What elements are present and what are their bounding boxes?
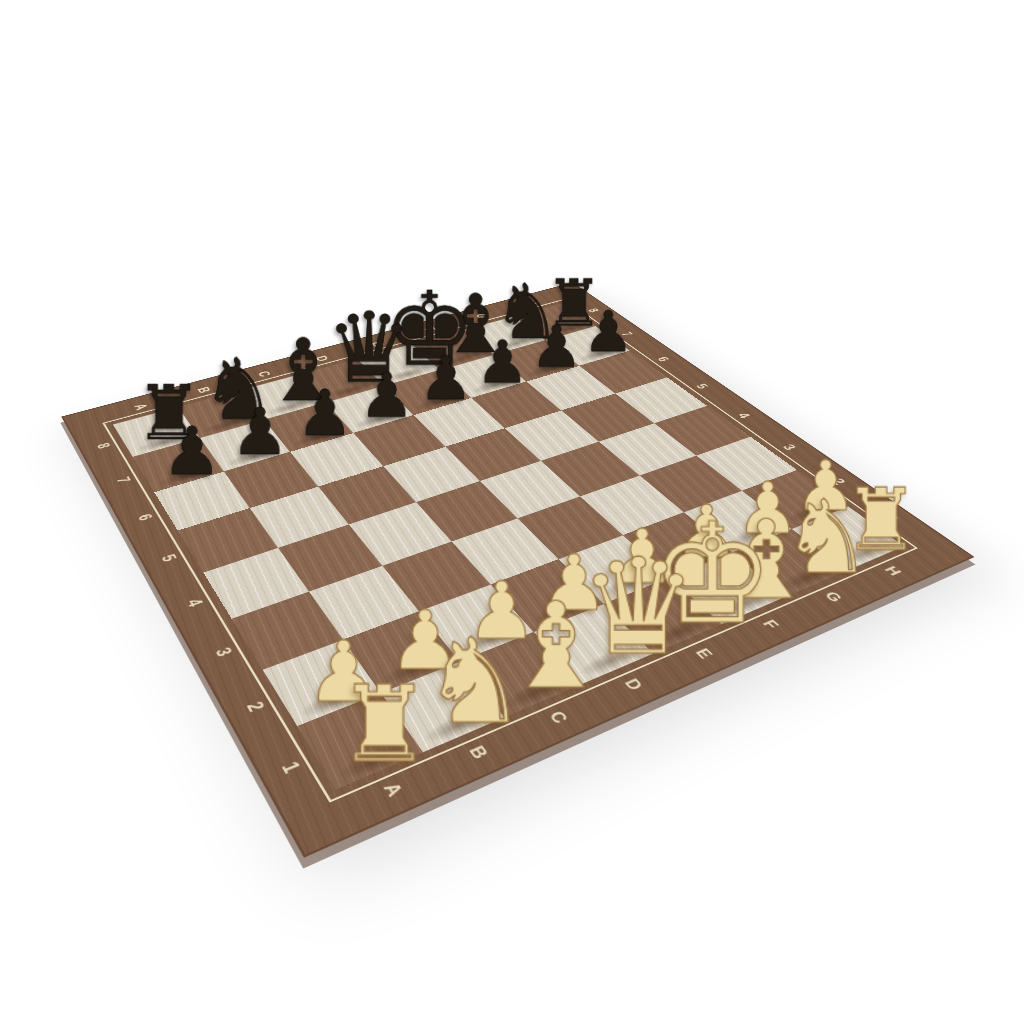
- board-perspective-wrapper: ABCDEFGH ABCDEFGH 87654321 87654321 ♜♞♝♛…: [64, 283, 972, 854]
- piece-shadow: [836, 537, 897, 568]
- square-b6: [224, 452, 318, 508]
- piece-shadow: [499, 672, 573, 713]
- piece-shadow: [713, 587, 779, 621]
- piece-shadow: [776, 561, 839, 593]
- piece-shadow: [528, 594, 596, 629]
- file-label-top-a: A: [112, 388, 169, 428]
- board-grid: ♜♞♝♛♚♝♞♜♟♟♟♟♟♟♟♟♟♟♟♟♟♟♟♟♜♞♝♛♚♝♞♜: [113, 303, 904, 789]
- piece-shadow: [575, 642, 646, 680]
- chess-board: ABCDEFGH ABCDEFGH 87654321 87654321 ♜♞♝♛…: [64, 283, 972, 854]
- piece-shadow: [646, 614, 714, 650]
- piece-black-king-e8: ♚: [384, 278, 447, 380]
- piece-shadow: [419, 704, 496, 747]
- chessboard-product-photo: ABCDEFGH ABCDEFGH 87654321 87654321 ♜♞♝♛…: [0, 0, 1024, 1024]
- piece-shadow: [333, 738, 414, 784]
